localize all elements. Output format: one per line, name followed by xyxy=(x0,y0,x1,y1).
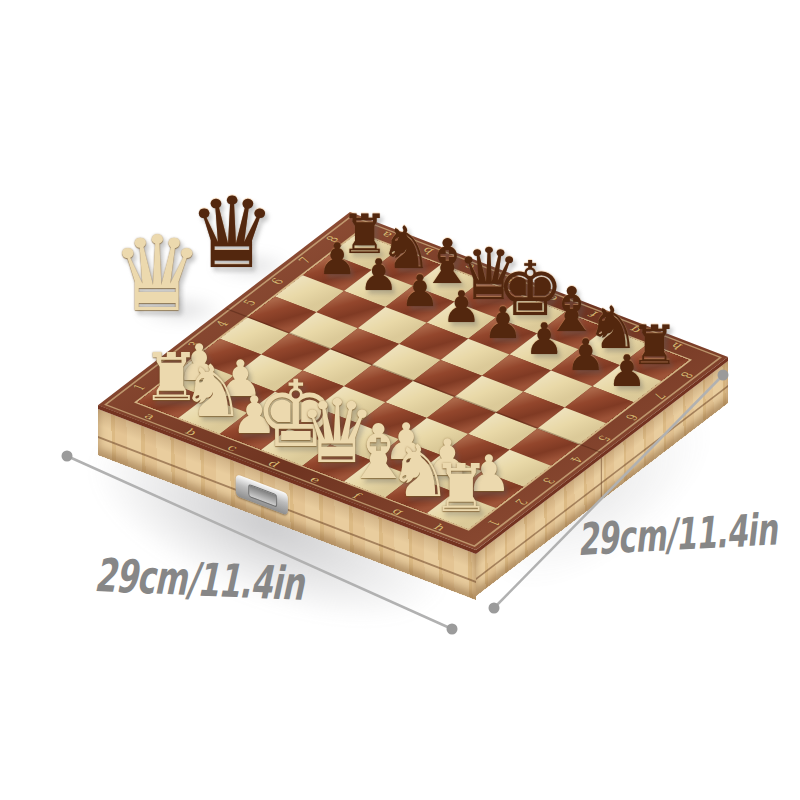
file-label-e-back: e xyxy=(544,294,560,303)
file-label-g-back: g xyxy=(626,325,642,335)
rank-label-7-right: 7 xyxy=(650,392,668,401)
file-label-a-back: a xyxy=(378,230,394,239)
clasp-latch xyxy=(248,484,277,508)
chess-board: aabbccddeeffgghh1122334455667788 xyxy=(98,212,728,550)
file-label-h-front: h xyxy=(431,522,448,532)
file-label-c-front: c xyxy=(225,443,240,452)
box-fold-seam xyxy=(601,458,602,501)
rank-label-3-right: 3 xyxy=(540,476,558,485)
product-photo: aabbccddeeffgghh1122334455667788 ♜♞♝♛♚♝♞… xyxy=(0,0,800,800)
rank-label-4-left: 4 xyxy=(213,319,231,328)
rank-label-5-right: 5 xyxy=(595,434,613,443)
rank-label-1-right: 1 xyxy=(485,519,503,528)
rank-label-4-right: 4 xyxy=(568,455,586,464)
file-label-d-back: d xyxy=(502,278,518,288)
file-label-h-back: h xyxy=(668,341,685,351)
metal-clasp xyxy=(236,474,288,516)
file-label-a-front: a xyxy=(142,411,158,420)
rank-label-3-left: 3 xyxy=(185,340,203,349)
rank-label-6-left: 6 xyxy=(268,277,286,286)
rank-label-2-left: 2 xyxy=(158,362,176,371)
rank-label-1-left: 1 xyxy=(130,383,148,392)
black-queen-offboard: ♛ xyxy=(183,184,281,282)
file-label-d-front: d xyxy=(266,459,282,469)
file-label-b-back: b xyxy=(419,246,435,256)
rank-label-7-left: 7 xyxy=(296,256,314,265)
white-queen-offboard: ♛ xyxy=(105,222,209,326)
file-label-g-front: g xyxy=(390,507,406,517)
rank-label-8-left: 8 xyxy=(323,235,341,244)
width-dimension-label: 29cm/11.4in xyxy=(94,548,305,611)
file-label-f-back: f xyxy=(587,310,600,318)
rank-label-5-left: 5 xyxy=(241,298,259,307)
depth-dimension-label: 29cm/11.4in xyxy=(576,504,778,565)
rank-label-8-right: 8 xyxy=(678,370,696,379)
file-label-c-back: c xyxy=(461,262,476,271)
file-label-e-front: e xyxy=(308,475,324,484)
file-label-b-front: b xyxy=(183,427,199,437)
rank-label-2-right: 2 xyxy=(512,497,530,506)
rank-label-6-right: 6 xyxy=(623,413,641,422)
file-label-f-front: f xyxy=(350,491,363,499)
